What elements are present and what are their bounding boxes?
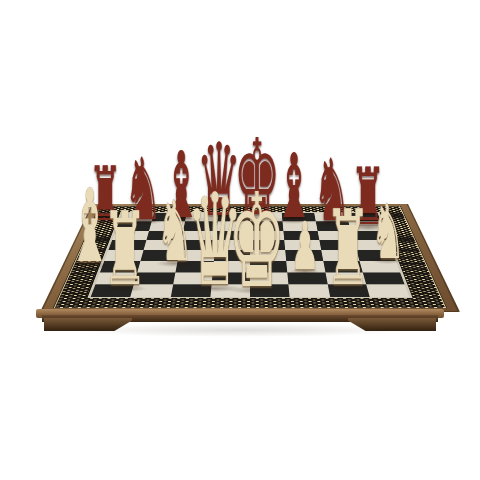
- chess-set-photo: ♜♞♝♛♚♝♞♜♝♜♞♛♚♟♜♞: [0, 0, 480, 480]
- pieces-layer: ♜♞♝♛♚♝♞♜♝♜♞♛♚♟♜♞: [0, 0, 480, 480]
- piece-cream-king-e1[interactable]: ♚: [227, 200, 287, 290]
- piece-cream-rook-b1[interactable]: ♜: [95, 218, 155, 288]
- piece-cream-rook-g1[interactable]: ♜: [318, 215, 378, 287]
